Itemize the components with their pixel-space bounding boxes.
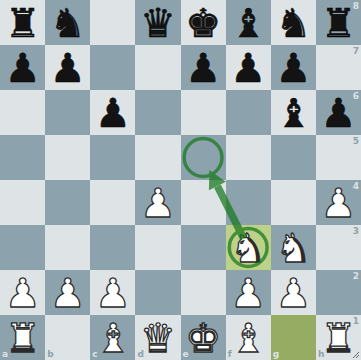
coord-file-g: g <box>273 350 279 359</box>
piece-white-pawn[interactable]: ♟ <box>226 270 271 315</box>
piece-white-knight[interactable]: ♞ <box>226 225 271 270</box>
coord-rank-3: 3 <box>353 227 359 236</box>
square-f4[interactable] <box>226 180 271 225</box>
coord-rank-4: 4 <box>353 182 359 191</box>
coord-file-f: f <box>228 350 232 359</box>
piece-black-rook[interactable]: ♜ <box>0 0 45 45</box>
square-e6[interactable] <box>181 90 226 135</box>
piece-white-bishop[interactable]: ♝ <box>90 315 135 360</box>
square-c5[interactable] <box>90 135 135 180</box>
piece-black-pawn[interactable]: ♟ <box>0 45 45 90</box>
square-a5[interactable] <box>0 135 45 180</box>
coord-file-c: c <box>92 350 97 359</box>
coord-rank-2: 2 <box>353 272 359 281</box>
square-c8[interactable] <box>90 0 135 45</box>
square-g3[interactable]: ♞ <box>271 225 316 270</box>
square-g2[interactable]: ♟ <box>271 270 316 315</box>
square-e4[interactable] <box>181 180 226 225</box>
square-a8[interactable]: ♜ <box>0 0 45 45</box>
square-a3[interactable] <box>0 225 45 270</box>
square-h8[interactable]: ♜8 <box>316 0 361 45</box>
square-c6[interactable]: ♟ <box>90 90 135 135</box>
square-g7[interactable]: ♟ <box>271 45 316 90</box>
piece-white-pawn[interactable]: ♟ <box>0 270 45 315</box>
piece-white-pawn[interactable]: ♟ <box>271 270 316 315</box>
piece-black-rook[interactable]: ♜ <box>316 0 361 45</box>
square-d8[interactable]: ♛ <box>135 0 180 45</box>
square-a1[interactable]: ♜a <box>0 315 45 360</box>
square-b2[interactable]: ♟ <box>45 270 90 315</box>
square-f7[interactable]: ♟ <box>226 45 271 90</box>
piece-white-pawn[interactable]: ♟ <box>135 180 180 225</box>
square-d3[interactable] <box>135 225 180 270</box>
coord-file-b: b <box>47 350 53 359</box>
board-resize-handle[interactable] <box>350 349 360 359</box>
piece-white-queen[interactable]: ♛ <box>135 315 180 360</box>
square-c7[interactable] <box>90 45 135 90</box>
square-b6[interactable] <box>45 90 90 135</box>
square-a7[interactable]: ♟ <box>0 45 45 90</box>
piece-white-pawn[interactable]: ♟ <box>90 270 135 315</box>
square-f3[interactable]: ♞ <box>226 225 271 270</box>
square-d4[interactable]: ♟ <box>135 180 180 225</box>
piece-black-pawn[interactable]: ♟ <box>316 90 361 135</box>
square-d6[interactable] <box>135 90 180 135</box>
square-c4[interactable] <box>90 180 135 225</box>
square-e5[interactable] <box>181 135 226 180</box>
piece-black-queen[interactable]: ♛ <box>135 0 180 45</box>
square-d7[interactable] <box>135 45 180 90</box>
square-e7[interactable]: ♟ <box>181 45 226 90</box>
piece-black-bishop[interactable]: ♝ <box>271 90 316 135</box>
piece-white-bishop[interactable]: ♝ <box>226 315 271 360</box>
square-c3[interactable] <box>90 225 135 270</box>
square-h3[interactable]: 3 <box>316 225 361 270</box>
coord-rank-6: 6 <box>353 92 359 101</box>
piece-black-king[interactable]: ♚ <box>181 0 226 45</box>
piece-black-pawn[interactable]: ♟ <box>181 45 226 90</box>
square-b4[interactable] <box>45 180 90 225</box>
piece-white-knight[interactable]: ♞ <box>271 225 316 270</box>
square-b3[interactable] <box>45 225 90 270</box>
coord-file-a: a <box>2 350 8 359</box>
coord-file-e: e <box>183 350 189 359</box>
piece-black-knight[interactable]: ♞ <box>45 0 90 45</box>
square-f6[interactable] <box>226 90 271 135</box>
chess-app: ♜♞♛♚♝♞♜8♟♟♟♟♟7♟♝♟65♟♟4♞♞3♟♟♟♟♟2♜ab♝c♛d♚e… <box>0 0 361 360</box>
square-g6[interactable]: ♝ <box>271 90 316 135</box>
square-a2[interactable]: ♟ <box>0 270 45 315</box>
square-c1[interactable]: ♝c <box>90 315 135 360</box>
square-g5[interactable] <box>271 135 316 180</box>
square-g1[interactable]: g <box>271 315 316 360</box>
square-e8[interactable]: ♚ <box>181 0 226 45</box>
square-h2[interactable]: 2 <box>316 270 361 315</box>
square-a6[interactable] <box>0 90 45 135</box>
piece-white-rook[interactable]: ♜ <box>0 315 45 360</box>
square-f1[interactable]: ♝f <box>226 315 271 360</box>
coord-file-d: d <box>137 350 143 359</box>
square-b7[interactable]: ♟ <box>45 45 90 90</box>
square-d1[interactable]: ♛d <box>135 315 180 360</box>
coord-rank-7: 7 <box>353 47 359 56</box>
piece-white-king[interactable]: ♚ <box>181 315 226 360</box>
square-f8[interactable]: ♝ <box>226 0 271 45</box>
square-h4[interactable]: ♟4 <box>316 180 361 225</box>
coord-rank-1: 1 <box>353 317 359 326</box>
square-h7[interactable]: 7 <box>316 45 361 90</box>
square-b5[interactable] <box>45 135 90 180</box>
coord-rank-5: 5 <box>353 137 359 146</box>
coord-file-h: h <box>318 350 324 359</box>
square-a4[interactable] <box>0 180 45 225</box>
chess-board[interactable]: ♜♞♛♚♝♞♜8♟♟♟♟♟7♟♝♟65♟♟4♞♞3♟♟♟♟♟2♜ab♝c♛d♚e… <box>0 0 361 360</box>
piece-white-pawn[interactable]: ♟ <box>316 180 361 225</box>
square-f5[interactable] <box>226 135 271 180</box>
piece-black-pawn[interactable]: ♟ <box>45 45 90 90</box>
square-b1[interactable]: b <box>45 315 90 360</box>
coord-rank-8: 8 <box>353 2 359 11</box>
piece-black-pawn[interactable]: ♟ <box>271 45 316 90</box>
piece-black-knight[interactable]: ♞ <box>271 0 316 45</box>
square-c2[interactable]: ♟ <box>90 270 135 315</box>
square-g4[interactable] <box>271 180 316 225</box>
square-f2[interactable]: ♟ <box>226 270 271 315</box>
square-h6[interactable]: ♟6 <box>316 90 361 135</box>
piece-black-pawn[interactable]: ♟ <box>90 90 135 135</box>
square-d5[interactable] <box>135 135 180 180</box>
square-g8[interactable]: ♞ <box>271 0 316 45</box>
square-h5[interactable]: 5 <box>316 135 361 180</box>
piece-black-bishop[interactable]: ♝ <box>226 0 271 45</box>
square-b8[interactable]: ♞ <box>45 0 90 45</box>
square-e3[interactable] <box>181 225 226 270</box>
square-e1[interactable]: ♚e <box>181 315 226 360</box>
square-e2[interactable] <box>181 270 226 315</box>
square-d2[interactable] <box>135 270 180 315</box>
piece-black-pawn[interactable]: ♟ <box>226 45 271 90</box>
piece-white-pawn[interactable]: ♟ <box>45 270 90 315</box>
